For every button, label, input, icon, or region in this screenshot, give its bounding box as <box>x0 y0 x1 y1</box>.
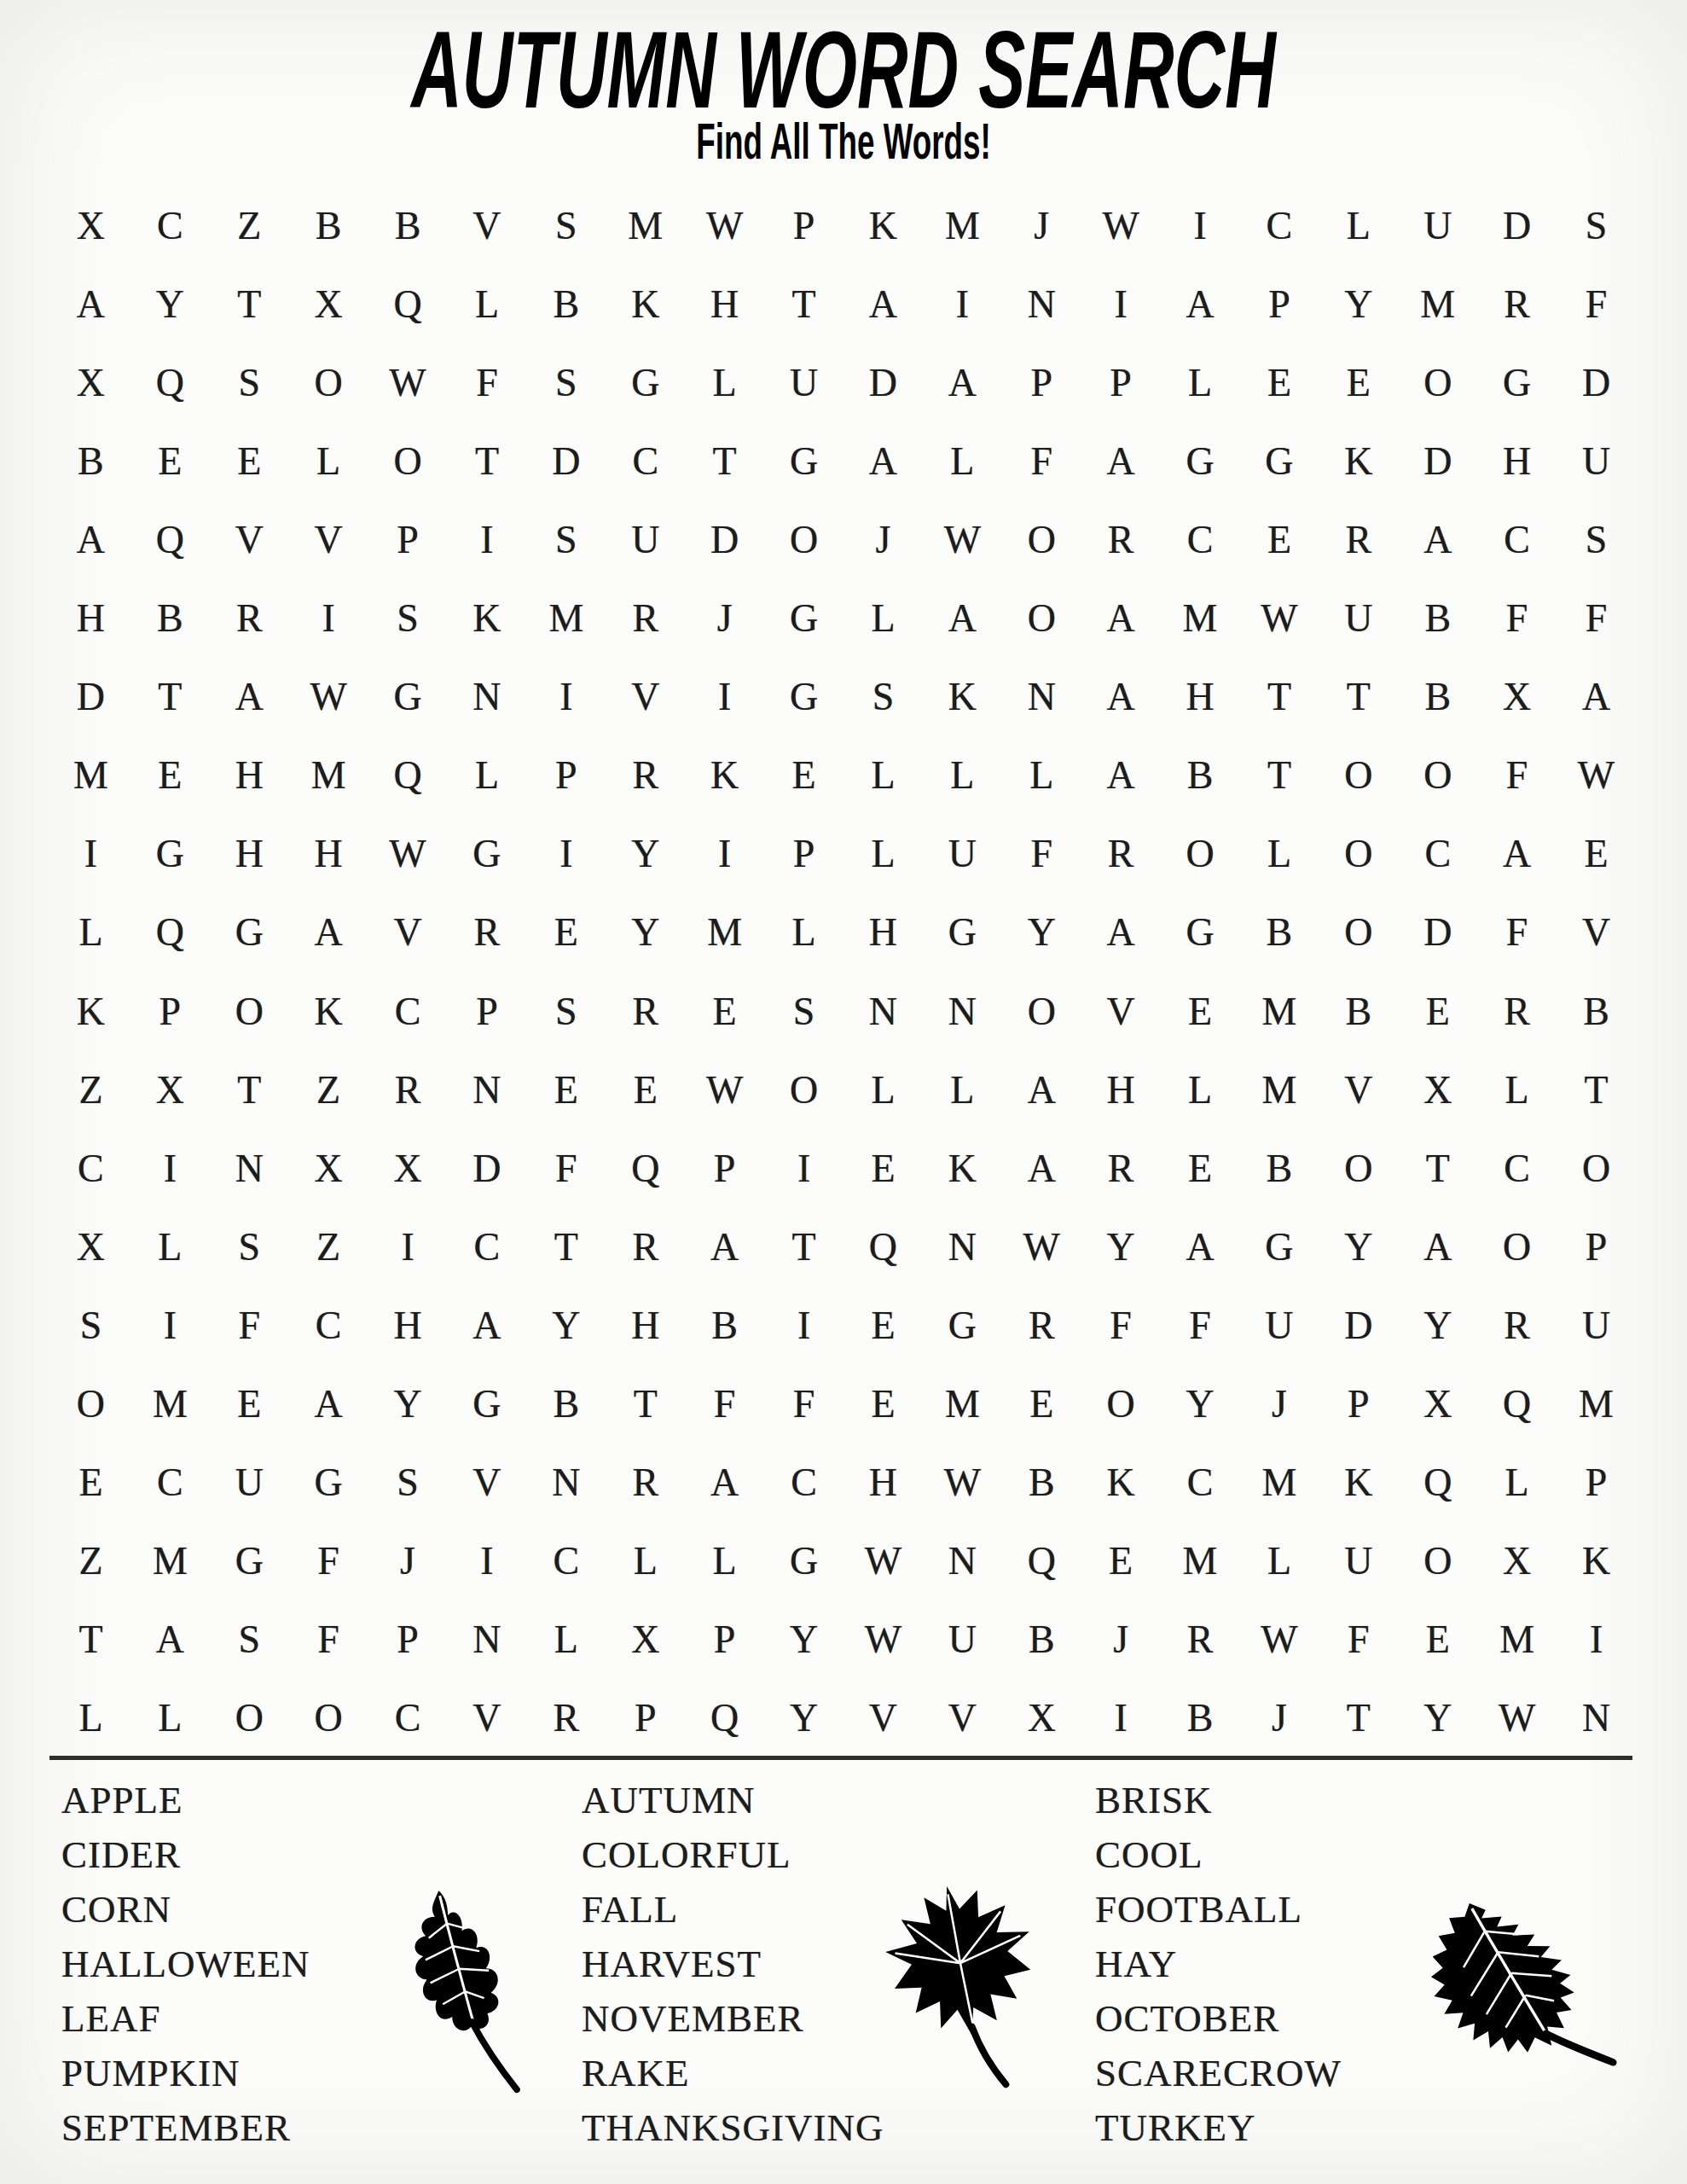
grid-cell[interactable]: U <box>1240 1286 1319 1364</box>
grid-cell[interactable]: Q <box>130 500 210 578</box>
grid-cell[interactable]: T <box>1240 736 1319 815</box>
grid-cell[interactable]: C <box>130 186 210 264</box>
grid-cell[interactable]: L <box>1161 343 1240 421</box>
grid-cell[interactable]: A <box>289 1364 368 1443</box>
grid-cell[interactable]: O <box>1319 736 1398 815</box>
grid-cell[interactable]: I <box>526 658 606 736</box>
grid-cell[interactable]: W <box>289 658 368 736</box>
grid-cell[interactable]: B <box>526 1364 606 1443</box>
grid-cell[interactable]: F <box>210 1286 289 1364</box>
grid-cell[interactable]: O <box>1398 736 1477 815</box>
grid-cell[interactable]: L <box>130 1679 210 1757</box>
grid-cell[interactable]: M <box>51 736 130 815</box>
grid-cell[interactable]: G <box>923 893 1002 972</box>
grid-cell[interactable]: X <box>51 186 130 264</box>
grid-cell[interactable]: P <box>368 500 448 578</box>
grid-cell[interactable]: B <box>1002 1443 1081 1522</box>
grid-cell[interactable]: M <box>1477 1600 1557 1679</box>
grid-cell[interactable]: A <box>1398 500 1477 578</box>
grid-cell[interactable]: N <box>923 972 1002 1050</box>
grid-cell[interactable]: A <box>448 1286 527 1364</box>
grid-cell[interactable]: C <box>1477 1129 1557 1207</box>
grid-cell[interactable]: O <box>210 972 289 1050</box>
grid-cell[interactable]: O <box>1002 500 1081 578</box>
grid-cell[interactable]: N <box>923 1522 1002 1600</box>
grid-cell[interactable]: J <box>843 500 923 578</box>
grid-cell[interactable]: L <box>51 1679 130 1757</box>
grid-cell[interactable]: R <box>1081 815 1161 893</box>
grid-cell[interactable]: P <box>1240 264 1319 343</box>
grid-cell[interactable]: Y <box>764 1679 843 1757</box>
grid-cell[interactable]: A <box>51 264 130 343</box>
grid-cell[interactable]: R <box>210 578 289 657</box>
grid-cell[interactable]: O <box>764 500 843 578</box>
grid-cell[interactable]: M <box>606 186 685 264</box>
grid-cell[interactable]: I <box>368 1207 448 1286</box>
grid-cell[interactable]: D <box>1398 421 1477 500</box>
grid-cell[interactable]: W <box>1081 186 1161 264</box>
grid-cell[interactable]: O <box>1002 972 1081 1050</box>
grid-cell[interactable]: G <box>130 815 210 893</box>
grid-cell[interactable]: E <box>51 1443 130 1522</box>
grid-cell[interactable]: F <box>526 1129 606 1207</box>
grid-cell[interactable]: T <box>210 264 289 343</box>
grid-cell[interactable]: I <box>289 578 368 657</box>
grid-cell[interactable]: L <box>843 1050 923 1129</box>
grid-cell[interactable]: C <box>1240 186 1319 264</box>
grid-cell[interactable]: V <box>606 658 685 736</box>
grid-cell[interactable]: X <box>130 1050 210 1129</box>
grid-cell[interactable]: W <box>685 186 764 264</box>
grid-cell[interactable]: Q <box>1477 1364 1557 1443</box>
grid-cell[interactable]: A <box>51 500 130 578</box>
grid-cell[interactable]: A <box>1161 264 1240 343</box>
grid-cell[interactable]: E <box>843 1286 923 1364</box>
grid-cell[interactable]: I <box>685 658 764 736</box>
grid-cell[interactable]: E <box>1398 1600 1477 1679</box>
grid-cell[interactable]: T <box>685 421 764 500</box>
grid-cell[interactable]: B <box>1002 1600 1081 1679</box>
grid-cell[interactable]: V <box>1319 1050 1398 1129</box>
grid-cell[interactable]: P <box>764 186 843 264</box>
grid-cell[interactable]: X <box>289 264 368 343</box>
grid-cell[interactable]: L <box>606 1522 685 1600</box>
grid-cell[interactable]: G <box>368 658 448 736</box>
grid-cell[interactable]: F <box>764 1364 843 1443</box>
grid-cell[interactable]: X <box>1002 1679 1081 1757</box>
grid-cell[interactable]: L <box>1477 1050 1557 1129</box>
grid-cell[interactable]: A <box>685 1207 764 1286</box>
grid-cell[interactable]: U <box>1319 578 1398 657</box>
grid-cell[interactable]: C <box>448 1207 527 1286</box>
grid-cell[interactable]: H <box>51 578 130 657</box>
grid-cell[interactable]: Y <box>606 815 685 893</box>
grid-cell[interactable]: R <box>1477 1286 1557 1364</box>
grid-cell[interactable]: A <box>923 343 1002 421</box>
grid-cell[interactable]: B <box>526 264 606 343</box>
grid-cell[interactable]: A <box>289 893 368 972</box>
grid-cell[interactable]: W <box>923 1443 1002 1522</box>
grid-cell[interactable]: E <box>1161 972 1240 1050</box>
grid-cell[interactable]: B <box>130 578 210 657</box>
grid-cell[interactable]: O <box>1477 1207 1557 1286</box>
grid-cell[interactable]: M <box>923 186 1002 264</box>
grid-cell[interactable]: B <box>368 186 448 264</box>
grid-cell[interactable]: Z <box>289 1050 368 1129</box>
grid-cell[interactable]: P <box>1557 1443 1636 1522</box>
grid-cell[interactable]: I <box>130 1129 210 1207</box>
grid-cell[interactable]: A <box>1081 578 1161 657</box>
grid-cell[interactable]: C <box>1161 1443 1240 1522</box>
grid-cell[interactable]: A <box>1398 1207 1477 1286</box>
grid-cell[interactable]: A <box>923 578 1002 657</box>
grid-cell[interactable]: I <box>130 1286 210 1364</box>
grid-cell[interactable]: M <box>1240 1443 1319 1522</box>
grid-cell[interactable]: T <box>130 658 210 736</box>
grid-cell[interactable]: P <box>1002 343 1081 421</box>
grid-cell[interactable]: S <box>368 578 448 657</box>
grid-cell[interactable]: R <box>368 1050 448 1129</box>
grid-cell[interactable]: I <box>764 1286 843 1364</box>
grid-cell[interactable]: F <box>1477 736 1557 815</box>
grid-cell[interactable]: O <box>289 343 368 421</box>
grid-cell[interactable]: M <box>130 1364 210 1443</box>
grid-cell[interactable]: X <box>1398 1364 1477 1443</box>
grid-cell[interactable]: K <box>1319 421 1398 500</box>
grid-cell[interactable]: J <box>1002 186 1081 264</box>
grid-cell[interactable]: C <box>368 972 448 1050</box>
grid-cell[interactable]: E <box>1161 1129 1240 1207</box>
grid-cell[interactable]: S <box>368 1443 448 1522</box>
grid-cell[interactable]: W <box>1240 578 1319 657</box>
grid-cell[interactable]: P <box>130 972 210 1050</box>
grid-cell[interactable]: E <box>843 1364 923 1443</box>
grid-cell[interactable]: Y <box>1319 264 1398 343</box>
grid-cell[interactable]: U <box>1557 421 1636 500</box>
grid-cell[interactable]: Z <box>51 1050 130 1129</box>
grid-cell[interactable]: E <box>210 421 289 500</box>
grid-cell[interactable]: X <box>1398 1050 1477 1129</box>
grid-cell[interactable]: Y <box>130 264 210 343</box>
grid-cell[interactable]: L <box>1002 736 1081 815</box>
grid-cell[interactable]: K <box>923 658 1002 736</box>
grid-cell[interactable]: E <box>1319 343 1398 421</box>
grid-cell[interactable]: Z <box>210 186 289 264</box>
grid-cell[interactable]: K <box>51 972 130 1050</box>
grid-cell[interactable]: D <box>685 500 764 578</box>
grid-cell[interactable]: K <box>289 972 368 1050</box>
grid-cell[interactable]: F <box>1002 421 1081 500</box>
grid-cell[interactable]: A <box>843 264 923 343</box>
grid-cell[interactable]: K <box>923 1129 1002 1207</box>
grid-cell[interactable]: A <box>1161 1207 1240 1286</box>
grid-cell[interactable]: H <box>1081 1050 1161 1129</box>
grid-cell[interactable]: O <box>1319 815 1398 893</box>
grid-cell[interactable]: K <box>448 578 527 657</box>
grid-cell[interactable]: P <box>606 1679 685 1757</box>
grid-cell[interactable]: A <box>130 1600 210 1679</box>
grid-cell[interactable]: X <box>606 1600 685 1679</box>
grid-cell[interactable]: Q <box>130 343 210 421</box>
grid-cell[interactable]: G <box>448 1364 527 1443</box>
grid-cell[interactable]: F <box>1477 893 1557 972</box>
grid-cell[interactable]: J <box>1240 1364 1319 1443</box>
grid-cell[interactable]: T <box>526 1207 606 1286</box>
grid-cell[interactable]: M <box>923 1364 1002 1443</box>
grid-cell[interactable]: N <box>448 658 527 736</box>
grid-cell[interactable]: O <box>764 1050 843 1129</box>
grid-cell[interactable]: F <box>1081 1286 1161 1364</box>
grid-cell[interactable]: U <box>1557 1286 1636 1364</box>
grid-cell[interactable]: A <box>1002 1129 1081 1207</box>
grid-cell[interactable]: W <box>1477 1679 1557 1757</box>
grid-cell[interactable]: U <box>1398 186 1477 264</box>
grid-cell[interactable]: B <box>51 421 130 500</box>
grid-cell[interactable]: A <box>1081 893 1161 972</box>
grid-cell[interactable]: E <box>1081 1522 1161 1600</box>
grid-cell[interactable]: L <box>1319 186 1398 264</box>
grid-cell[interactable]: I <box>1161 186 1240 264</box>
grid-cell[interactable]: H <box>210 815 289 893</box>
grid-cell[interactable]: Y <box>606 893 685 972</box>
grid-cell[interactable]: T <box>210 1050 289 1129</box>
grid-cell[interactable]: W <box>843 1522 923 1600</box>
grid-cell[interactable]: J <box>1081 1600 1161 1679</box>
grid-cell[interactable]: L <box>1240 815 1319 893</box>
grid-cell[interactable]: T <box>448 421 527 500</box>
grid-cell[interactable]: L <box>526 1600 606 1679</box>
grid-cell[interactable]: M <box>130 1522 210 1600</box>
grid-cell[interactable]: B <box>1398 658 1477 736</box>
grid-cell[interactable]: I <box>526 815 606 893</box>
grid-cell[interactable]: S <box>526 972 606 1050</box>
grid-cell[interactable]: H <box>1161 658 1240 736</box>
grid-cell[interactable]: G <box>1161 893 1240 972</box>
grid-cell[interactable]: B <box>1557 972 1636 1050</box>
grid-cell[interactable]: P <box>1081 343 1161 421</box>
grid-cell[interactable]: B <box>1398 578 1477 657</box>
grid-cell[interactable]: H <box>843 893 923 972</box>
grid-cell[interactable]: H <box>685 264 764 343</box>
grid-cell[interactable]: M <box>685 893 764 972</box>
grid-cell[interactable]: Q <box>606 1129 685 1207</box>
grid-cell[interactable]: D <box>448 1129 527 1207</box>
grid-cell[interactable]: N <box>1557 1679 1636 1757</box>
grid-cell[interactable]: N <box>210 1129 289 1207</box>
grid-cell[interactable]: E <box>1002 1364 1081 1443</box>
grid-cell[interactable]: N <box>448 1050 527 1129</box>
grid-cell[interactable]: K <box>1081 1443 1161 1522</box>
grid-cell[interactable]: X <box>1477 1522 1557 1600</box>
grid-cell[interactable]: Q <box>1002 1522 1081 1600</box>
grid-cell[interactable]: Y <box>526 1286 606 1364</box>
grid-cell[interactable]: L <box>1161 1050 1240 1129</box>
grid-cell[interactable]: T <box>764 264 843 343</box>
grid-cell[interactable]: T <box>1319 658 1398 736</box>
grid-cell[interactable]: B <box>1161 736 1240 815</box>
grid-cell[interactable]: F <box>289 1522 368 1600</box>
grid-cell[interactable]: C <box>1161 500 1240 578</box>
grid-cell[interactable]: W <box>1002 1207 1081 1286</box>
grid-cell[interactable]: C <box>526 1522 606 1600</box>
grid-cell[interactable]: V <box>923 1679 1002 1757</box>
grid-cell[interactable]: I <box>923 264 1002 343</box>
grid-cell[interactable]: V <box>448 1443 527 1522</box>
grid-cell[interactable]: E <box>130 736 210 815</box>
grid-cell[interactable]: B <box>1240 1129 1319 1207</box>
grid-cell[interactable]: H <box>606 1286 685 1364</box>
grid-cell[interactable]: X <box>1477 658 1557 736</box>
grid-cell[interactable]: T <box>764 1207 843 1286</box>
grid-cell[interactable]: E <box>1240 343 1319 421</box>
grid-cell[interactable]: C <box>764 1443 843 1522</box>
grid-cell[interactable]: L <box>764 893 843 972</box>
grid-cell[interactable]: D <box>1398 893 1477 972</box>
grid-cell[interactable]: T <box>1398 1129 1477 1207</box>
grid-cell[interactable]: P <box>685 1129 764 1207</box>
grid-cell[interactable]: C <box>130 1443 210 1522</box>
grid-cell[interactable]: M <box>1398 264 1477 343</box>
grid-cell[interactable]: H <box>843 1443 923 1522</box>
grid-cell[interactable]: R <box>606 1207 685 1286</box>
grid-cell[interactable]: Z <box>51 1522 130 1600</box>
grid-cell[interactable]: W <box>685 1050 764 1129</box>
grid-cell[interactable]: Y <box>1319 1207 1398 1286</box>
grid-cell[interactable]: D <box>1557 343 1636 421</box>
grid-cell[interactable]: G <box>764 578 843 657</box>
grid-cell[interactable]: D <box>1319 1286 1398 1364</box>
grid-cell[interactable]: B <box>289 186 368 264</box>
grid-cell[interactable]: U <box>606 500 685 578</box>
grid-cell[interactable]: S <box>526 500 606 578</box>
grid-cell[interactable]: X <box>51 1207 130 1286</box>
grid-cell[interactable]: F <box>1557 264 1636 343</box>
grid-cell[interactable]: F <box>448 343 527 421</box>
grid-cell[interactable]: N <box>843 972 923 1050</box>
grid-cell[interactable]: W <box>923 500 1002 578</box>
grid-cell[interactable]: S <box>51 1286 130 1364</box>
grid-cell[interactable]: Y <box>1002 893 1081 972</box>
grid-cell[interactable]: Y <box>1081 1207 1161 1286</box>
grid-cell[interactable]: O <box>289 1679 368 1757</box>
grid-cell[interactable]: P <box>1557 1207 1636 1286</box>
grid-cell[interactable]: S <box>1557 186 1636 264</box>
grid-cell[interactable]: P <box>448 972 527 1050</box>
grid-cell[interactable]: T <box>1319 1679 1398 1757</box>
grid-cell[interactable]: L <box>923 1050 1002 1129</box>
grid-cell[interactable]: N <box>1002 658 1081 736</box>
grid-cell[interactable]: I <box>448 500 527 578</box>
grid-cell[interactable]: R <box>1081 1129 1161 1207</box>
grid-cell[interactable]: A <box>210 658 289 736</box>
grid-cell[interactable]: G <box>1161 421 1240 500</box>
grid-cell[interactable]: E <box>685 972 764 1050</box>
grid-cell[interactable]: E <box>1240 500 1319 578</box>
grid-cell[interactable]: S <box>210 343 289 421</box>
grid-cell[interactable]: M <box>1557 1364 1636 1443</box>
grid-cell[interactable]: P <box>685 1600 764 1679</box>
grid-cell[interactable]: I <box>764 1129 843 1207</box>
grid-cell[interactable]: L <box>448 736 527 815</box>
grid-cell[interactable]: E <box>606 1050 685 1129</box>
grid-cell[interactable]: V <box>1081 972 1161 1050</box>
grid-cell[interactable]: S <box>526 186 606 264</box>
grid-cell[interactable]: L <box>289 421 368 500</box>
grid-cell[interactable]: U <box>210 1443 289 1522</box>
grid-cell[interactable]: F <box>1557 578 1636 657</box>
grid-cell[interactable]: N <box>448 1600 527 1679</box>
grid-cell[interactable]: A <box>1557 658 1636 736</box>
grid-cell[interactable]: N <box>923 1207 1002 1286</box>
grid-cell[interactable]: H <box>368 1286 448 1364</box>
grid-cell[interactable]: B <box>1240 893 1319 972</box>
grid-cell[interactable]: R <box>1477 264 1557 343</box>
grid-cell[interactable]: O <box>1398 343 1477 421</box>
grid-cell[interactable]: E <box>764 736 843 815</box>
grid-cell[interactable]: Q <box>368 736 448 815</box>
grid-cell[interactable]: C <box>606 421 685 500</box>
grid-cell[interactable]: Y <box>368 1364 448 1443</box>
grid-cell[interactable]: J <box>685 578 764 657</box>
grid-cell[interactable]: L <box>843 736 923 815</box>
grid-cell[interactable]: G <box>448 815 527 893</box>
grid-cell[interactable]: X <box>289 1129 368 1207</box>
grid-cell[interactable]: I <box>448 1522 527 1600</box>
grid-cell[interactable]: A <box>1477 815 1557 893</box>
grid-cell[interactable]: Q <box>1398 1443 1477 1522</box>
grid-cell[interactable]: L <box>685 1522 764 1600</box>
grid-cell[interactable]: G <box>764 1522 843 1600</box>
grid-cell[interactable]: G <box>210 893 289 972</box>
grid-cell[interactable]: H <box>1477 421 1557 500</box>
grid-cell[interactable]: P <box>1319 1364 1398 1443</box>
grid-cell[interactable]: S <box>1557 500 1636 578</box>
grid-cell[interactable]: I <box>51 815 130 893</box>
grid-cell[interactable]: N <box>1002 264 1081 343</box>
grid-cell[interactable]: O <box>1319 1129 1398 1207</box>
grid-cell[interactable]: L <box>130 1207 210 1286</box>
grid-cell[interactable]: V <box>1557 893 1636 972</box>
grid-cell[interactable]: Y <box>764 1600 843 1679</box>
grid-cell[interactable]: K <box>1319 1443 1398 1522</box>
grid-cell[interactable]: A <box>843 421 923 500</box>
grid-cell[interactable]: A <box>1081 421 1161 500</box>
grid-cell[interactable]: E <box>1398 972 1477 1050</box>
grid-cell[interactable]: U <box>923 1600 1002 1679</box>
grid-cell[interactable]: M <box>1161 578 1240 657</box>
grid-cell[interactable]: F <box>1161 1286 1240 1364</box>
grid-cell[interactable]: P <box>526 736 606 815</box>
grid-cell[interactable]: S <box>210 1600 289 1679</box>
grid-cell[interactable]: D <box>1477 186 1557 264</box>
grid-cell[interactable]: N <box>526 1443 606 1522</box>
grid-cell[interactable]: V <box>289 500 368 578</box>
grid-cell[interactable]: M <box>1240 972 1319 1050</box>
grid-cell[interactable]: O <box>210 1679 289 1757</box>
grid-cell[interactable]: I <box>1081 264 1161 343</box>
grid-cell[interactable]: F <box>685 1364 764 1443</box>
grid-cell[interactable]: M <box>1161 1522 1240 1600</box>
grid-cell[interactable]: W <box>1240 1600 1319 1679</box>
grid-cell[interactable]: V <box>843 1679 923 1757</box>
grid-cell[interactable]: P <box>764 815 843 893</box>
grid-cell[interactable]: R <box>1477 972 1557 1050</box>
grid-cell[interactable]: B <box>1161 1679 1240 1757</box>
grid-cell[interactable]: O <box>1002 578 1081 657</box>
grid-cell[interactable]: T <box>1240 658 1319 736</box>
grid-cell[interactable]: S <box>210 1207 289 1286</box>
grid-cell[interactable]: E <box>210 1364 289 1443</box>
